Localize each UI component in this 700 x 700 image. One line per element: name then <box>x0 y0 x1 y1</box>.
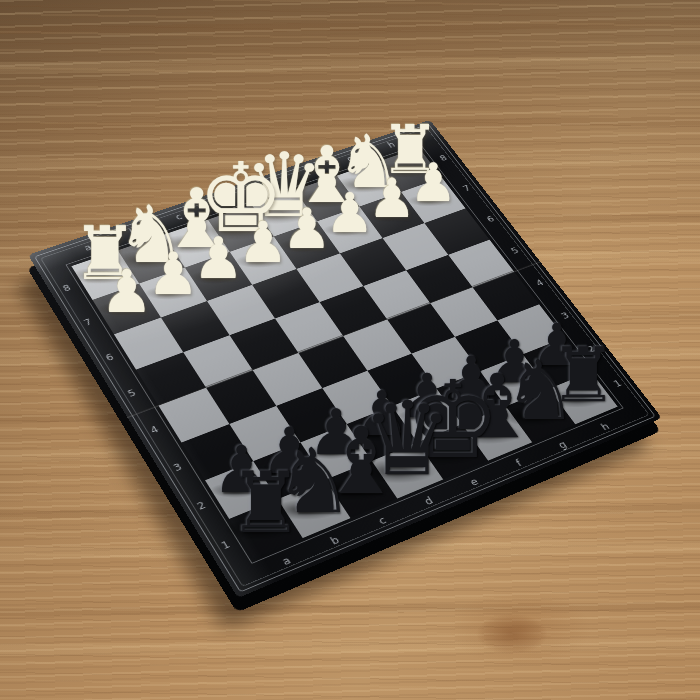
white-pawn-e7[interactable]: ♟ <box>282 200 332 256</box>
white-pawn-d7[interactable]: ♟ <box>238 215 289 271</box>
white-pawn-f7[interactable]: ♟ <box>325 186 374 241</box>
black-rook-a1[interactable]: ♜ <box>228 461 303 545</box>
pieces-layer: ♜♞♝♚♛♝♞♜♟♟♟♟♟♟♟♟♟♟♟♟♟♟♟♟♜♞♝♛♚♝♞♜ <box>0 0 700 700</box>
white-pawn-b7[interactable]: ♟ <box>147 246 199 304</box>
white-pawn-g7[interactable]: ♟ <box>368 172 416 226</box>
white-pawn-a7[interactable]: ♟ <box>100 261 153 320</box>
photo-stage: aabbccddeeffgghh1122334455667788 ♜♞♝♚♛♝♞… <box>0 0 700 700</box>
white-pawn-c7[interactable]: ♟ <box>193 230 244 287</box>
white-pawn-h7[interactable]: ♟ <box>409 158 457 211</box>
